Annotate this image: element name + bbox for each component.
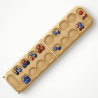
mancala-board [2, 3, 96, 95]
bead-navy [26, 77, 31, 82]
photo-background [0, 0, 98, 98]
bead-navy [57, 46, 62, 51]
bead-red [40, 46, 45, 51]
bead-red [78, 10, 83, 15]
bead-black [25, 60, 30, 65]
bead-navy [56, 30, 61, 35]
